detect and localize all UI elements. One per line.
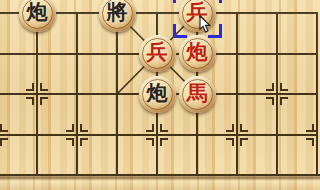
black-cannon[interactable]: 炮 [139, 76, 176, 113]
black-general[interactable]: 將 [99, 0, 136, 32]
piece-glyph: 炮 [147, 83, 168, 104]
piece-glyph: 馬 [187, 83, 208, 104]
xiangqi-board: 炮將兵兵炮炮馬 [0, 0, 320, 190]
piece-glyph: 將 [107, 2, 128, 23]
piece-layer: 炮將兵兵炮炮馬 [0, 0, 320, 190]
piece-glyph: 炮 [27, 2, 48, 23]
red-cannon[interactable]: 炮 [179, 35, 216, 72]
red-soldier[interactable]: 兵 [179, 0, 216, 32]
red-horse[interactable]: 馬 [179, 76, 216, 113]
piece-glyph: 炮 [187, 42, 208, 63]
red-soldier[interactable]: 兵 [139, 35, 176, 72]
piece-glyph: 兵 [147, 42, 168, 63]
black-cannon[interactable]: 炮 [19, 0, 56, 32]
piece-glyph: 兵 [187, 2, 208, 23]
